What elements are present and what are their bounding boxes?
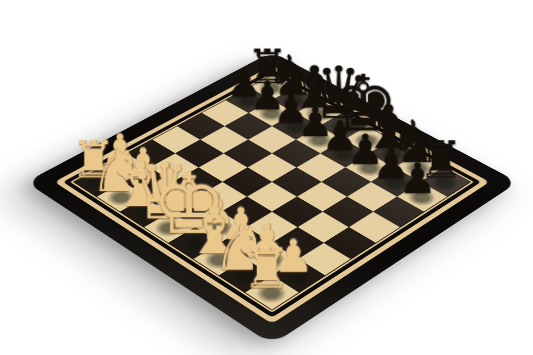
- photo-background: ♜♞♝♛♚♝♞♜♟♟♟♟♟♟♟♟♟♟♟♟♟♟♟♟♜♞♝♛♚♝♞♜: [0, 0, 533, 355]
- black-pawn-icon: ♟: [398, 157, 436, 200]
- chess-set-photo: ♜♞♝♛♚♝♞♜♟♟♟♟♟♟♟♟♟♟♟♟♟♟♟♟♜♞♝♛♚♝♞♜: [26, 52, 518, 345]
- white-rook-icon: ♜: [242, 240, 292, 295]
- chess-board: ♜♞♝♛♚♝♞♜♟♟♟♟♟♟♟♟♟♟♟♟♟♟♟♟♜♞♝♛♚♝♞♜: [74, 75, 470, 310]
- board-frame: ♜♞♝♛♚♝♞♜♟♟♟♟♟♟♟♟♟♟♟♟♟♟♟♟♜♞♝♛♚♝♞♜: [26, 52, 518, 345]
